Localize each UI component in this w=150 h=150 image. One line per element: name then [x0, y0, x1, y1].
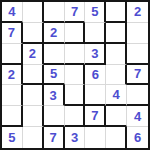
cell-r3c1-empty[interactable] — [2, 44, 23, 65]
cell-r3c3-empty[interactable] — [44, 44, 65, 65]
cell-r1c1-given-4[interactable]: 4 — [2, 2, 23, 23]
cell-r4c5-given-6[interactable]: 6 — [85, 65, 106, 86]
cell-r2c6-empty[interactable] — [106, 23, 127, 44]
cell-r6c2-empty[interactable] — [23, 106, 44, 127]
cell-r2c5-empty[interactable] — [85, 23, 106, 44]
cell-r4c7-given-7[interactable]: 7 — [127, 65, 148, 86]
cell-r2c1-given-7[interactable]: 7 — [2, 23, 23, 44]
cell-r3c2-given-2[interactable]: 2 — [23, 44, 44, 65]
cell-r6c1-empty[interactable] — [2, 106, 23, 127]
cell-r7c4-given-3[interactable]: 3 — [65, 127, 86, 148]
cell-r7c5-empty[interactable] — [85, 127, 106, 148]
cell-r4c2-empty[interactable] — [23, 65, 44, 86]
cell-r3c4-empty[interactable] — [65, 44, 86, 65]
cell-r5c3-given-3[interactable]: 3 — [44, 85, 65, 106]
cell-r4c6-empty[interactable] — [106, 65, 127, 86]
cell-r5c7-empty[interactable] — [127, 85, 148, 106]
cell-r5c6-given-4[interactable]: 4 — [106, 85, 127, 106]
sudoku-board: 47527223256734745736 — [0, 0, 150, 150]
cell-r6c4-empty[interactable] — [65, 106, 86, 127]
cell-r7c7-given-6[interactable]: 6 — [127, 127, 148, 148]
cell-r2c3-given-2[interactable]: 2 — [44, 23, 65, 44]
cell-r6c3-empty[interactable] — [44, 106, 65, 127]
cell-r7c1-given-5[interactable]: 5 — [2, 127, 23, 148]
cell-r4c1-given-2[interactable]: 2 — [2, 65, 23, 86]
cell-r4c3-given-5[interactable]: 5 — [44, 65, 65, 86]
cell-r5c2-empty[interactable] — [23, 85, 44, 106]
cell-r2c7-empty[interactable] — [127, 23, 148, 44]
cell-r7c3-given-7[interactable]: 7 — [44, 127, 65, 148]
cell-r5c1-empty[interactable] — [2, 85, 23, 106]
cell-r2c2-empty[interactable] — [23, 23, 44, 44]
cell-r1c7-given-2[interactable]: 2 — [127, 2, 148, 23]
cell-r4c4-empty[interactable] — [65, 65, 86, 86]
cell-r6c7-given-4[interactable]: 4 — [127, 106, 148, 127]
cell-r6c5-given-7[interactable]: 7 — [85, 106, 106, 127]
cell-r1c3-empty[interactable] — [44, 2, 65, 23]
cell-r1c5-given-5[interactable]: 5 — [85, 2, 106, 23]
cell-r5c5-empty[interactable] — [85, 85, 106, 106]
cell-r3c5-given-3[interactable]: 3 — [85, 44, 106, 65]
cell-r2c4-empty[interactable] — [65, 23, 86, 44]
cell-r1c4-given-7[interactable]: 7 — [65, 2, 86, 23]
cell-r7c2-empty[interactable] — [23, 127, 44, 148]
cell-r1c2-empty[interactable] — [23, 2, 44, 23]
cell-r3c7-empty[interactable] — [127, 44, 148, 65]
cell-r5c4-empty[interactable] — [65, 85, 86, 106]
cell-r7c6-empty[interactable] — [106, 127, 127, 148]
cell-r3c6-empty[interactable] — [106, 44, 127, 65]
cell-r6c6-empty[interactable] — [106, 106, 127, 127]
cell-r1c6-empty[interactable] — [106, 2, 127, 23]
